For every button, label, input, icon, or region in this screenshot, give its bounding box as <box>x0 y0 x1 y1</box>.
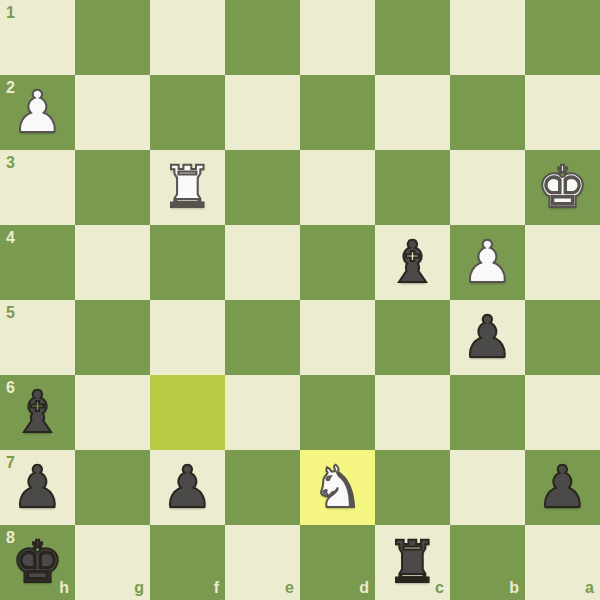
square-d3[interactable] <box>300 150 375 225</box>
rank-label-4: 4 <box>6 230 15 246</box>
square-b7[interactable] <box>450 450 525 525</box>
square-h7[interactable]: 7♟ <box>0 450 75 525</box>
white-knight[interactable]: ♞ <box>300 450 375 525</box>
square-c5[interactable] <box>375 300 450 375</box>
square-d8[interactable]: d <box>300 525 375 600</box>
square-c3[interactable] <box>375 150 450 225</box>
square-e4[interactable] <box>225 225 300 300</box>
rank-label-5: 5 <box>6 305 15 321</box>
file-label-e: e <box>285 580 294 596</box>
square-g6[interactable] <box>75 375 150 450</box>
file-label-f: f <box>214 580 219 596</box>
square-g4[interactable] <box>75 225 150 300</box>
square-h5[interactable]: 5 <box>0 300 75 375</box>
square-h2[interactable]: 2♟ <box>0 75 75 150</box>
square-e5[interactable] <box>225 300 300 375</box>
black-bishop[interactable]: ♝ <box>0 375 75 450</box>
chess-board: 12♟3♜♚4♝♟5♟6♝7♟♟♞♟8h♚gfedc♜ba <box>0 0 600 600</box>
white-pawn[interactable]: ♟ <box>0 75 75 150</box>
square-d6[interactable] <box>300 375 375 450</box>
rank-label-1: 1 <box>6 5 15 21</box>
rank-label-3: 3 <box>6 155 15 171</box>
square-g3[interactable] <box>75 150 150 225</box>
square-g7[interactable] <box>75 450 150 525</box>
square-e8[interactable]: e <box>225 525 300 600</box>
square-c1[interactable] <box>375 0 450 75</box>
square-d7[interactable]: ♞ <box>300 450 375 525</box>
square-f2[interactable] <box>150 75 225 150</box>
square-f3[interactable]: ♜ <box>150 150 225 225</box>
white-king[interactable]: ♚ <box>525 150 600 225</box>
square-b5[interactable]: ♟ <box>450 300 525 375</box>
square-c2[interactable] <box>375 75 450 150</box>
square-a3[interactable]: ♚ <box>525 150 600 225</box>
square-h3[interactable]: 3 <box>0 150 75 225</box>
square-c6[interactable] <box>375 375 450 450</box>
chess-board-container: 12♟3♜♚4♝♟5♟6♝7♟♟♞♟8h♚gfedc♜ba <box>0 0 600 600</box>
square-h8[interactable]: 8h♚ <box>0 525 75 600</box>
black-bishop[interactable]: ♝ <box>375 225 450 300</box>
square-d5[interactable] <box>300 300 375 375</box>
square-d1[interactable] <box>300 0 375 75</box>
square-b8[interactable]: b <box>450 525 525 600</box>
square-f1[interactable] <box>150 0 225 75</box>
black-pawn[interactable]: ♟ <box>0 450 75 525</box>
file-label-b: b <box>509 580 519 596</box>
square-h1[interactable]: 1 <box>0 0 75 75</box>
black-pawn[interactable]: ♟ <box>525 450 600 525</box>
square-f8[interactable]: f <box>150 525 225 600</box>
square-b1[interactable] <box>450 0 525 75</box>
square-a1[interactable] <box>525 0 600 75</box>
square-f5[interactable] <box>150 300 225 375</box>
square-a5[interactable] <box>525 300 600 375</box>
square-a4[interactable] <box>525 225 600 300</box>
square-c7[interactable] <box>375 450 450 525</box>
square-b2[interactable] <box>450 75 525 150</box>
square-e2[interactable] <box>225 75 300 150</box>
file-label-d: d <box>359 580 369 596</box>
square-a6[interactable] <box>525 375 600 450</box>
file-label-a: a <box>585 580 594 596</box>
square-h6[interactable]: 6♝ <box>0 375 75 450</box>
black-pawn[interactable]: ♟ <box>450 300 525 375</box>
square-a2[interactable] <box>525 75 600 150</box>
black-pawn[interactable]: ♟ <box>150 450 225 525</box>
square-e6[interactable] <box>225 375 300 450</box>
square-a8[interactable]: a <box>525 525 600 600</box>
square-f7[interactable]: ♟ <box>150 450 225 525</box>
square-g8[interactable]: g <box>75 525 150 600</box>
black-king[interactable]: ♚ <box>0 525 75 600</box>
square-g5[interactable] <box>75 300 150 375</box>
square-e1[interactable] <box>225 0 300 75</box>
square-e3[interactable] <box>225 150 300 225</box>
square-d4[interactable] <box>300 225 375 300</box>
square-e7[interactable] <box>225 450 300 525</box>
black-rook[interactable]: ♜ <box>375 525 450 600</box>
white-rook[interactable]: ♜ <box>150 150 225 225</box>
square-d2[interactable] <box>300 75 375 150</box>
square-g1[interactable] <box>75 0 150 75</box>
square-b6[interactable] <box>450 375 525 450</box>
square-g2[interactable] <box>75 75 150 150</box>
white-pawn[interactable]: ♟ <box>450 225 525 300</box>
file-label-g: g <box>134 580 144 596</box>
square-h4[interactable]: 4 <box>0 225 75 300</box>
square-a7[interactable]: ♟ <box>525 450 600 525</box>
square-b4[interactable]: ♟ <box>450 225 525 300</box>
square-c4[interactable]: ♝ <box>375 225 450 300</box>
square-c8[interactable]: c♜ <box>375 525 450 600</box>
square-b3[interactable] <box>450 150 525 225</box>
square-f4[interactable] <box>150 225 225 300</box>
square-f6[interactable] <box>150 375 225 450</box>
